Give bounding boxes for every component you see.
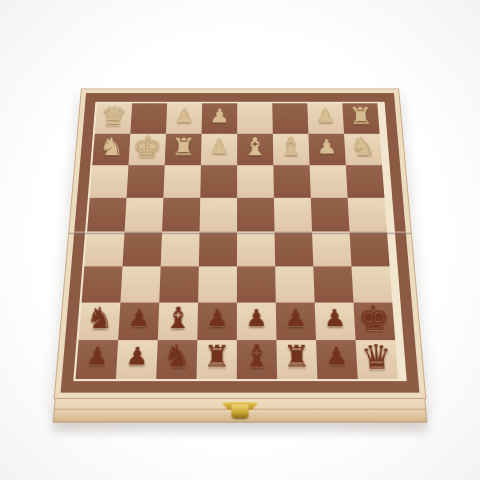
piece-white-rook[interactable]: ♜ xyxy=(171,135,196,159)
square-e5[interactable] xyxy=(237,198,274,232)
piece-dark-bishop[interactable]: ♝ xyxy=(243,341,271,372)
piece-dark-rook[interactable]: ♜ xyxy=(203,342,231,372)
board-frame-line: ♛♟♟♟♜♞♚♜♟♝♝♟♞♞♟♝♟♟♟♟♚♟♟♞♜♝♜♟♛ xyxy=(73,102,406,381)
square-d4[interactable] xyxy=(199,231,237,266)
piece-dark-knight[interactable]: ♞ xyxy=(162,341,191,372)
piece-white-pawn[interactable]: ♟ xyxy=(209,106,229,125)
piece-white-bishop[interactable]: ♝ xyxy=(242,135,268,160)
square-e2[interactable]: ♟ xyxy=(237,303,277,341)
square-a8[interactable]: ♛ xyxy=(95,103,132,133)
piece-white-knight[interactable]: ♞ xyxy=(349,135,376,160)
piece-dark-pawn[interactable]: ♟ xyxy=(125,344,149,369)
piece-white-bishop[interactable]: ♝ xyxy=(278,135,304,160)
square-f7[interactable]: ♝ xyxy=(273,134,310,165)
piece-dark-knight[interactable]: ♞ xyxy=(85,304,115,334)
piece-dark-pawn[interactable]: ♟ xyxy=(284,306,307,330)
piece-white-queen[interactable]: ♛ xyxy=(99,103,128,129)
product-photo-background: ♛♟♟♟♜♞♚♜♟♝♝♟♞♞♟♝♟♟♟♟♚♟♟♞♜♝♜♟♛ xyxy=(0,0,480,480)
square-b6[interactable] xyxy=(127,165,165,198)
square-f5[interactable] xyxy=(274,198,312,232)
piece-white-pawn[interactable]: ♟ xyxy=(315,106,336,125)
square-f2[interactable]: ♟ xyxy=(276,303,316,341)
square-e1[interactable]: ♝ xyxy=(237,340,277,379)
square-g6[interactable] xyxy=(310,165,348,198)
square-f1[interactable]: ♜ xyxy=(276,340,317,379)
square-e7[interactable]: ♝ xyxy=(237,134,273,165)
square-d6[interactable] xyxy=(200,165,237,198)
square-a3[interactable] xyxy=(82,266,123,302)
box-front-edge xyxy=(53,399,428,423)
piece-dark-king[interactable]: ♚ xyxy=(357,301,392,335)
square-d8[interactable]: ♟ xyxy=(202,103,238,133)
piece-white-knight[interactable]: ♞ xyxy=(98,135,125,160)
square-g4[interactable] xyxy=(312,231,351,266)
square-d7[interactable]: ♟ xyxy=(201,134,237,165)
square-d2[interactable]: ♟ xyxy=(197,303,237,341)
square-a2[interactable]: ♞ xyxy=(79,303,121,341)
piece-dark-pawn[interactable]: ♟ xyxy=(127,306,150,330)
piece-dark-bishop[interactable]: ♝ xyxy=(164,304,193,334)
piece-dark-queen[interactable]: ♛ xyxy=(360,340,393,374)
board-frame-band: ♛♟♟♟♜♞♚♜♟♝♝♟♞♞♟♝♟♟♟♟♚♟♟♞♜♝♜♟♛ xyxy=(61,93,420,393)
square-c7[interactable]: ♜ xyxy=(165,134,202,165)
square-h3[interactable] xyxy=(351,266,392,302)
piece-white-pawn[interactable]: ♟ xyxy=(209,137,230,157)
square-h8[interactable]: ♜ xyxy=(342,103,379,133)
piece-dark-pawn[interactable]: ♟ xyxy=(85,344,109,369)
square-f8[interactable] xyxy=(272,103,308,133)
square-d5[interactable] xyxy=(200,198,238,232)
piece-white-pawn[interactable]: ♟ xyxy=(174,106,195,125)
square-d3[interactable] xyxy=(198,266,237,302)
square-h6[interactable] xyxy=(346,165,385,198)
square-b3[interactable] xyxy=(120,266,160,302)
square-h4[interactable] xyxy=(350,231,390,266)
clasp-hasp xyxy=(231,404,248,418)
square-h1[interactable]: ♛ xyxy=(356,340,399,379)
square-c8[interactable]: ♟ xyxy=(166,103,202,133)
square-g3[interactable] xyxy=(313,266,353,302)
square-a7[interactable]: ♞ xyxy=(92,134,130,165)
square-b7[interactable]: ♚ xyxy=(128,134,165,165)
piece-dark-pawn[interactable]: ♟ xyxy=(245,306,267,330)
piece-dark-pawn[interactable]: ♟ xyxy=(325,344,349,369)
square-b1[interactable]: ♟ xyxy=(116,340,158,379)
square-h7[interactable]: ♞ xyxy=(344,134,382,165)
square-a1[interactable]: ♟ xyxy=(76,340,119,379)
brass-clasp-icon[interactable] xyxy=(222,401,259,418)
piece-white-pawn[interactable]: ♟ xyxy=(316,137,337,157)
square-a6[interactable] xyxy=(90,165,129,198)
piece-white-king[interactable]: ♚ xyxy=(132,133,163,162)
piece-dark-rook[interactable]: ♜ xyxy=(283,342,311,372)
board: ♛♟♟♟♜♞♚♜♟♝♝♟♞♞♟♝♟♟♟♟♚♟♟♞♜♝♜♟♛ xyxy=(54,88,427,399)
square-f6[interactable] xyxy=(273,165,310,198)
piece-dark-pawn[interactable]: ♟ xyxy=(323,306,346,330)
square-f3[interactable] xyxy=(275,266,314,302)
square-b5[interactable] xyxy=(125,198,164,232)
square-e3[interactable] xyxy=(237,266,276,302)
square-d1[interactable]: ♜ xyxy=(196,340,236,379)
square-h2[interactable]: ♚ xyxy=(353,303,395,341)
square-f4[interactable] xyxy=(275,231,314,266)
square-c4[interactable] xyxy=(161,231,200,266)
square-g1[interactable]: ♟ xyxy=(316,340,358,379)
square-e4[interactable] xyxy=(237,231,275,266)
square-g7[interactable]: ♟ xyxy=(308,134,345,165)
square-b2[interactable]: ♟ xyxy=(118,303,159,341)
square-a4[interactable] xyxy=(84,231,124,266)
chess-box-scene: ♛♟♟♟♜♞♚♜♟♝♝♟♞♞♟♝♟♟♟♟♚♟♟♞♜♝♜♟♛ xyxy=(52,88,429,422)
square-a5[interactable] xyxy=(87,198,126,232)
square-c1[interactable]: ♞ xyxy=(156,340,197,379)
square-g8[interactable]: ♟ xyxy=(307,103,344,133)
square-c5[interactable] xyxy=(162,198,200,232)
piece-dark-pawn[interactable]: ♟ xyxy=(206,306,228,330)
square-e6[interactable] xyxy=(237,165,274,198)
square-g5[interactable] xyxy=(311,198,350,232)
square-b4[interactable] xyxy=(123,231,163,266)
square-c2[interactable]: ♝ xyxy=(158,303,198,341)
square-e8[interactable] xyxy=(237,103,273,133)
square-c3[interactable] xyxy=(159,266,199,302)
square-g2[interactable]: ♟ xyxy=(315,303,356,341)
square-c6[interactable] xyxy=(163,165,201,198)
piece-white-rook[interactable]: ♜ xyxy=(348,105,374,128)
board-grid: ♛♟♟♟♜♞♚♜♟♝♝♟♞♞♟♝♟♟♟♟♚♟♟♞♜♝♜♟♛ xyxy=(76,103,399,379)
square-h5[interactable] xyxy=(348,198,387,232)
